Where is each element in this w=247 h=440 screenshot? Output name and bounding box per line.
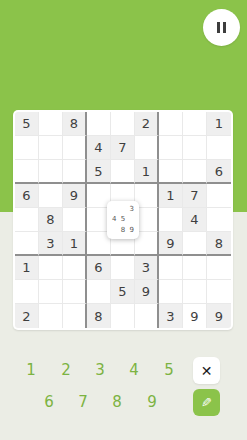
cell-r7c9[interactable]: [207, 256, 231, 280]
cell-r6c7[interactable]: 9: [159, 232, 183, 256]
key-1[interactable]: 1: [19, 358, 43, 382]
note-7: [110, 225, 119, 236]
note-5: 5: [119, 215, 128, 226]
pause-button[interactable]: [203, 9, 240, 46]
cell-r9c1[interactable]: 2: [15, 304, 39, 328]
cell-r7c6[interactable]: 3: [135, 256, 159, 280]
cell-r6c8[interactable]: [183, 232, 207, 256]
cell-r1c3[interactable]: 8: [63, 112, 87, 136]
close-icon: ✕: [201, 363, 213, 379]
cell-r4c9[interactable]: [207, 184, 231, 208]
cell-r6c1[interactable]: [15, 232, 39, 256]
cell-r2c2[interactable]: [39, 136, 63, 160]
key-8[interactable]: 8: [105, 390, 129, 414]
key-9[interactable]: 9: [140, 390, 164, 414]
cell-r9c8[interactable]: 9: [183, 304, 207, 328]
cell-r5c7[interactable]: [159, 208, 183, 232]
cell-r2c5[interactable]: 7: [111, 136, 135, 160]
cell-r7c8[interactable]: [183, 256, 207, 280]
cell-r3c2[interactable]: [39, 160, 63, 184]
erase-button[interactable]: ✕: [193, 357, 220, 384]
pencil-mode-button[interactable]: ✎: [193, 389, 220, 416]
cell-r1c7[interactable]: [159, 112, 183, 136]
cell-r3c5[interactable]: [111, 160, 135, 184]
cell-r5c3[interactable]: [63, 208, 87, 232]
cell-r8c7[interactable]: [159, 280, 183, 304]
key-6[interactable]: 6: [37, 390, 61, 414]
note-3: 3: [127, 204, 136, 215]
key-4[interactable]: 4: [122, 358, 146, 382]
note-6: [127, 215, 136, 226]
cell-r9c4[interactable]: 8: [87, 304, 111, 328]
cell-r1c5[interactable]: [111, 112, 135, 136]
cell-r3c9[interactable]: 6: [207, 160, 231, 184]
cell-r8c3[interactable]: [63, 280, 87, 304]
note-8: 8: [119, 225, 128, 236]
cell-r8c5[interactable]: 5: [111, 280, 135, 304]
cell-r8c1[interactable]: [15, 280, 39, 304]
cell-r7c3[interactable]: [63, 256, 87, 280]
key-7[interactable]: 7: [71, 390, 95, 414]
cell-r9c5[interactable]: [111, 304, 135, 328]
cell-r8c2[interactable]: [39, 280, 63, 304]
note-9: 9: [127, 225, 136, 236]
cell-r7c1[interactable]: 1: [15, 256, 39, 280]
cell-r7c2[interactable]: [39, 256, 63, 280]
cell-r1c4[interactable]: [87, 112, 111, 136]
cell-r8c8[interactable]: [183, 280, 207, 304]
cell-r2c4[interactable]: 4: [87, 136, 111, 160]
cell-r1c1[interactable]: 5: [15, 112, 39, 136]
cell-r1c6[interactable]: 2: [135, 112, 159, 136]
key-2[interactable]: 2: [54, 358, 78, 382]
cell-r2c6[interactable]: [135, 136, 159, 160]
cell-r4c1[interactable]: 6: [15, 184, 39, 208]
cell-r2c7[interactable]: [159, 136, 183, 160]
key-5[interactable]: 5: [157, 358, 181, 382]
cell-r1c9[interactable]: 1: [207, 112, 231, 136]
cell-r2c3[interactable]: [63, 136, 87, 160]
cell-r5c2[interactable]: 8: [39, 208, 63, 232]
cell-r6c9[interactable]: 8: [207, 232, 231, 256]
cell-r3c4[interactable]: 5: [87, 160, 111, 184]
cell-r4c8[interactable]: 7: [183, 184, 207, 208]
cell-r6c3[interactable]: 1: [63, 232, 87, 256]
cell-r3c6[interactable]: 1: [135, 160, 159, 184]
note-1: [110, 204, 119, 215]
cell-r3c8[interactable]: [183, 160, 207, 184]
notes-popup-r5c5[interactable]: 34589: [107, 201, 139, 239]
cell-r5c1[interactable]: [15, 208, 39, 232]
cell-r4c3[interactable]: 9: [63, 184, 87, 208]
cell-r7c4[interactable]: 6: [87, 256, 111, 280]
cell-r3c1[interactable]: [15, 160, 39, 184]
cell-r9c2[interactable]: [39, 304, 63, 328]
cell-r5c8[interactable]: 4: [183, 208, 207, 232]
note-2: [119, 204, 128, 215]
cell-r6c2[interactable]: 3: [39, 232, 63, 256]
cell-r8c4[interactable]: [87, 280, 111, 304]
cell-r1c8[interactable]: [183, 112, 207, 136]
cell-r2c8[interactable]: [183, 136, 207, 160]
cell-r4c7[interactable]: 1: [159, 184, 183, 208]
cell-r1c2[interactable]: [39, 112, 63, 136]
pause-icon: [217, 22, 226, 33]
note-4: 4: [110, 215, 119, 226]
cell-r2c1[interactable]: [15, 136, 39, 160]
cell-r7c5[interactable]: [111, 256, 135, 280]
pencil-icon: ✎: [201, 395, 212, 410]
cell-r3c7[interactable]: [159, 160, 183, 184]
cell-r8c6[interactable]: 9: [135, 280, 159, 304]
key-3[interactable]: 3: [88, 358, 112, 382]
cell-r9c6[interactable]: [135, 304, 159, 328]
cell-r2c9[interactable]: [207, 136, 231, 160]
cell-r9c9[interactable]: 9: [207, 304, 231, 328]
cell-r8c9[interactable]: [207, 280, 231, 304]
cell-r3c3[interactable]: [63, 160, 87, 184]
cell-r5c9[interactable]: [207, 208, 231, 232]
cell-r9c3[interactable]: [63, 304, 87, 328]
cell-r4c2[interactable]: [39, 184, 63, 208]
cell-r7c7[interactable]: [159, 256, 183, 280]
cell-r9c7[interactable]: 3: [159, 304, 183, 328]
sudoku-board: 58214751669178431981635928399 34589: [13, 110, 233, 330]
